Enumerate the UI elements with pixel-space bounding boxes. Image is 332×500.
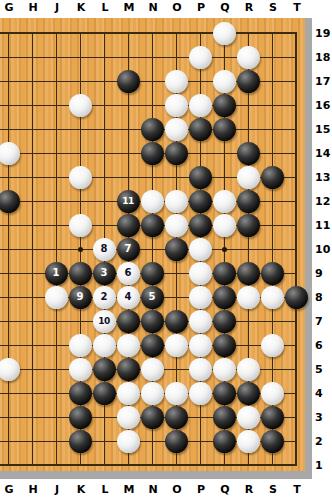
stone-P7[interactable] [189,310,212,333]
stone-Q17[interactable] [213,70,236,93]
coord-label-row-17: 17 [315,75,330,88]
stone-P15[interactable] [189,118,212,141]
coord-label-J-bottom: J [55,483,59,496]
grid-vline-H [32,32,33,466]
stone-L6[interactable] [93,334,116,357]
stone-M9[interactable]: 6 [117,262,140,285]
stone-S9[interactable] [261,262,284,285]
coord-label-M-bottom: M [124,483,135,496]
stone-K11[interactable] [69,214,92,237]
stone-M7[interactable] [117,310,140,333]
board-shadow-right [305,18,312,479]
board-shadow-bottom [0,471,312,479]
coord-label-N-top: N [148,1,157,14]
stone-P13[interactable] [189,166,212,189]
coord-label-row-13: 13 [315,171,330,184]
coord-label-row-6: 6 [315,339,323,352]
coord-label-O-bottom: O [172,483,181,496]
move-number-label: 5 [149,292,156,302]
coord-label-N-bottom: N [148,483,157,496]
coord-label-row-7: 7 [315,315,323,328]
stone-Q5[interactable] [213,358,236,381]
grid-vline-G [8,32,9,466]
stone-G5[interactable] [0,358,20,381]
stone-R17[interactable] [237,70,260,93]
stone-N3[interactable] [141,406,164,429]
stone-M8[interactable]: 4 [117,286,140,309]
stone-M5[interactable] [117,358,140,381]
stone-O3[interactable] [165,406,188,429]
stone-K5[interactable] [69,358,92,381]
stone-G14[interactable] [0,142,20,165]
coord-label-S-top: S [269,1,277,14]
stone-R4[interactable] [237,382,260,405]
grid-vline-J [56,32,57,466]
coord-label-O-top: O [172,1,181,14]
stone-Q11[interactable] [213,214,236,237]
stone-N4[interactable] [141,382,164,405]
stone-P9[interactable] [189,262,212,285]
stone-N9[interactable] [141,262,164,285]
stone-O6[interactable] [165,334,188,357]
stone-M10[interactable]: 7 [117,238,140,261]
coord-label-L-bottom: L [101,483,108,496]
move-number-label: 8 [101,244,108,254]
coord-label-Q-top: Q [220,1,229,14]
stone-N7[interactable] [141,310,164,333]
stone-M11[interactable] [117,214,140,237]
coord-label-T-top: T [293,1,301,14]
stone-P8[interactable] [189,286,212,309]
stone-R9[interactable] [237,262,260,285]
stone-L8[interactable]: 2 [93,286,116,309]
stone-L9[interactable]: 3 [93,262,116,285]
coord-label-R-top: R [245,1,253,14]
stone-N12[interactable] [141,190,164,213]
stone-O14[interactable] [165,142,188,165]
stone-J9[interactable]: 1 [45,262,68,285]
coord-label-row-15: 15 [315,123,330,136]
stone-Q16[interactable] [213,94,236,117]
stone-P11[interactable] [189,214,212,237]
go-board[interactable]: 1187136924510 [0,18,305,471]
move-number-label: 9 [77,292,84,302]
coord-label-P-bottom: P [197,483,205,496]
coord-label-row-8: 8 [315,291,323,304]
stone-L4[interactable] [93,382,116,405]
stone-M4[interactable] [117,382,140,405]
stone-Q6[interactable] [213,334,236,357]
grid-hline-16 [0,105,297,106]
coord-label-row-2: 2 [315,435,323,448]
move-number-label: 4 [125,292,132,302]
coord-label-P-top: P [197,1,205,14]
move-number-label: 10 [98,317,110,326]
stone-O15[interactable] [165,118,188,141]
stone-O7[interactable] [165,310,188,333]
grid-hline-10 [0,249,297,250]
stone-P10[interactable] [189,238,212,261]
coord-label-M-top: M [124,1,135,14]
coord-label-row-12: 12 [315,195,330,208]
stone-L7[interactable]: 10 [93,310,116,333]
coord-label-row-16: 16 [315,99,330,112]
stone-R3[interactable] [237,406,260,429]
coord-label-row-18: 18 [315,51,330,64]
stone-P6[interactable] [189,334,212,357]
stone-Q4[interactable] [213,382,236,405]
stone-R12[interactable] [237,190,260,213]
stone-N11[interactable] [141,214,164,237]
go-diagram-panel: 1187136924510 GHJKLMNOPQRST GHJKLMNOPQRS… [0,0,332,500]
coord-label-row-19: 19 [315,27,330,40]
star-point-Q10 [222,247,227,252]
grid-vline-T [295,32,297,466]
move-number-label: 2 [101,292,108,302]
move-number-label: 1 [53,268,60,278]
stone-G12[interactable] [0,190,20,213]
stone-K6[interactable] [69,334,92,357]
stone-Q15[interactable] [213,118,236,141]
stone-Q12[interactable] [213,190,236,213]
stone-S13[interactable] [261,166,284,189]
stone-N5[interactable] [141,358,164,381]
coord-label-G-top: G [4,1,13,14]
stone-K13[interactable] [69,166,92,189]
coord-label-H-bottom: H [28,483,37,496]
coord-label-row-10: 10 [315,243,330,256]
coord-label-row-4: 4 [315,387,323,400]
stone-R14[interactable] [237,142,260,165]
coord-label-row-5: 5 [315,363,323,376]
coord-label-row-3: 3 [315,411,323,424]
coord-label-Q-bottom: Q [220,483,229,496]
coord-label-K-bottom: K [77,483,86,496]
stone-T8[interactable] [285,286,308,309]
stone-R2[interactable] [237,430,260,453]
move-number-label: 3 [101,268,108,278]
stone-S6[interactable] [261,334,284,357]
stone-K4[interactable] [69,382,92,405]
coord-label-K-top: K [77,1,86,14]
stone-K3[interactable] [69,406,92,429]
move-number-label: 11 [122,197,134,206]
grid-hline-19 [0,32,297,34]
stone-S4[interactable] [261,382,284,405]
stone-O2[interactable] [165,430,188,453]
stone-R5[interactable] [237,358,260,381]
stone-N14[interactable] [141,142,164,165]
stone-P12[interactable] [189,190,212,213]
stone-K16[interactable] [69,94,92,117]
coord-label-R-bottom: R [245,483,253,496]
stone-M17[interactable] [117,70,140,93]
coord-label-J-top: J [55,1,59,14]
stone-J8[interactable] [45,286,68,309]
stone-M12[interactable]: 11 [117,190,140,213]
stone-P5[interactable] [189,358,212,381]
stone-M3[interactable] [117,406,140,429]
stone-L5[interactable] [93,358,116,381]
stone-Q9[interactable] [213,262,236,285]
stone-P16[interactable] [189,94,212,117]
stone-K9[interactable] [69,262,92,285]
stone-O17[interactable] [165,70,188,93]
stone-O12[interactable] [165,190,188,213]
stone-S8[interactable] [261,286,284,309]
stone-L10[interactable]: 8 [93,238,116,261]
stone-R11[interactable] [237,214,260,237]
move-number-label: 7 [125,244,132,254]
stone-K8[interactable]: 9 [69,286,92,309]
stone-O11[interactable] [165,214,188,237]
stone-Q19[interactable] [213,22,236,45]
stone-S3[interactable] [261,406,284,429]
stone-N8[interactable]: 5 [141,286,164,309]
stone-O16[interactable] [165,94,188,117]
stone-M6[interactable] [117,334,140,357]
coord-label-S-bottom: S [269,483,277,496]
stone-N6[interactable] [141,334,164,357]
coord-label-row-11: 11 [315,219,330,232]
stone-P18[interactable] [189,46,212,69]
star-point-K10 [78,247,83,252]
stone-M2[interactable] [117,430,140,453]
coord-label-row-14: 14 [315,147,330,160]
stone-Q2[interactable] [213,430,236,453]
stone-N15[interactable] [141,118,164,141]
coord-label-H-top: H [28,1,37,14]
stone-P4[interactable] [189,382,212,405]
stone-Q3[interactable] [213,406,236,429]
stone-K2[interactable] [69,430,92,453]
stone-O4[interactable] [165,382,188,405]
coord-label-row-1: 1 [315,459,323,472]
grid-hline-1 [0,464,297,466]
stone-O10[interactable] [165,238,188,261]
stone-Q7[interactable] [213,310,236,333]
move-number-label: 6 [125,268,132,278]
coord-label-L-top: L [101,1,108,14]
stone-Q8[interactable] [213,286,236,309]
stone-R13[interactable] [237,166,260,189]
coord-label-G-bottom: G [4,483,13,496]
stone-R8[interactable] [237,286,260,309]
stone-R18[interactable] [237,46,260,69]
coord-label-row-9: 9 [315,267,323,280]
stone-S2[interactable] [261,430,284,453]
coord-label-T-bottom: T [293,483,301,496]
